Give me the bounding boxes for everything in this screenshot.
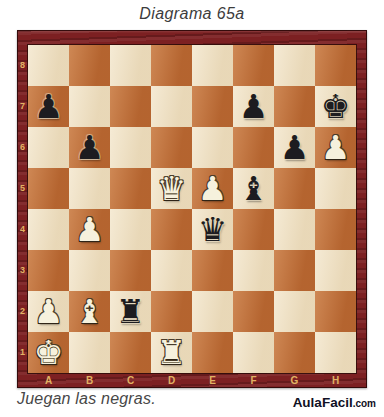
rank-label-5: 5 (17, 168, 28, 209)
square-f6[interactable] (233, 127, 274, 168)
square-e6[interactable] (192, 127, 233, 168)
square-b5[interactable] (69, 168, 110, 209)
square-a7[interactable]: ♟ (28, 86, 69, 127)
square-a2[interactable]: ♟ (28, 291, 69, 332)
black-rook-c2[interactable]: ♜ (110, 291, 151, 332)
square-c5[interactable] (110, 168, 151, 209)
square-c3[interactable] (110, 250, 151, 291)
square-h2[interactable] (315, 291, 356, 332)
square-b8[interactable] (69, 45, 110, 86)
white-rook-d1[interactable]: ♜ (151, 332, 192, 373)
square-f2[interactable] (233, 291, 274, 332)
square-c6[interactable] (110, 127, 151, 168)
diagram-title: Diagrama 65a (0, 0, 384, 30)
square-f8[interactable] (233, 45, 274, 86)
square-h4[interactable] (315, 209, 356, 250)
rank-label-7: 7 (17, 86, 28, 127)
black-pawn-b6[interactable]: ♟ (69, 127, 110, 168)
black-queen-e4[interactable]: ♛ (192, 209, 233, 250)
square-h1[interactable] (315, 332, 356, 373)
rank-label-4: 4 (17, 209, 28, 250)
square-d3[interactable] (151, 250, 192, 291)
square-d2[interactable] (151, 291, 192, 332)
square-a5[interactable] (28, 168, 69, 209)
square-b4[interactable]: ♟ (69, 209, 110, 250)
square-g3[interactable] (274, 250, 315, 291)
square-e8[interactable] (192, 45, 233, 86)
square-d8[interactable] (151, 45, 192, 86)
white-bishop-b2[interactable]: ♝ (69, 291, 110, 332)
rank-label-8: 8 (17, 45, 28, 86)
white-pawn-e5[interactable]: ♟ (192, 168, 233, 209)
square-a1[interactable]: ♚ (28, 332, 69, 373)
square-d1[interactable]: ♜ (151, 332, 192, 373)
black-pawn-g6[interactable]: ♟ (274, 127, 315, 168)
square-f7[interactable]: ♟ (233, 86, 274, 127)
square-d6[interactable] (151, 127, 192, 168)
square-a8[interactable] (28, 45, 69, 86)
black-pawn-a7[interactable]: ♟ (28, 86, 69, 127)
square-b2[interactable]: ♝ (69, 291, 110, 332)
square-e2[interactable] (192, 291, 233, 332)
brand-suffix: .com (353, 398, 376, 409)
square-e5[interactable]: ♟ (192, 168, 233, 209)
file-label-a: A (28, 373, 69, 388)
rank-label-2: 2 (17, 291, 28, 332)
square-e3[interactable] (192, 250, 233, 291)
square-d7[interactable] (151, 86, 192, 127)
rank-label-3: 3 (17, 250, 28, 291)
square-g5[interactable] (274, 168, 315, 209)
square-g1[interactable] (274, 332, 315, 373)
rank-label-1: 1 (17, 332, 28, 373)
file-label-b: B (69, 373, 110, 388)
square-c7[interactable] (110, 86, 151, 127)
square-a4[interactable] (28, 209, 69, 250)
square-e4[interactable]: ♛ (192, 209, 233, 250)
file-label-f: F (233, 373, 274, 388)
rank-label-6: 6 (17, 127, 28, 168)
square-h3[interactable] (315, 250, 356, 291)
square-f3[interactable] (233, 250, 274, 291)
square-g6[interactable]: ♟ (274, 127, 315, 168)
white-pawn-a2[interactable]: ♟ (28, 291, 69, 332)
square-h8[interactable] (315, 45, 356, 86)
square-g7[interactable] (274, 86, 315, 127)
chess-board: ♟♟♚♟♟♟♛♟♝♟♛♟♝♜♚♜ 87654321ABCDEFGH (17, 30, 367, 388)
square-e1[interactable] (192, 332, 233, 373)
brand-logo: AulaFacil.com (293, 390, 376, 410)
square-h6[interactable]: ♟ (315, 127, 356, 168)
square-b6[interactable]: ♟ (69, 127, 110, 168)
file-label-g: G (274, 373, 315, 388)
square-g4[interactable] (274, 209, 315, 250)
brand-name: AulaFacil (293, 395, 353, 410)
square-g2[interactable] (274, 291, 315, 332)
white-king-a1[interactable]: ♚ (28, 332, 69, 373)
square-e7[interactable] (192, 86, 233, 127)
square-h5[interactable] (315, 168, 356, 209)
square-b3[interactable] (69, 250, 110, 291)
white-pawn-h6[interactable]: ♟ (315, 127, 356, 168)
square-c8[interactable] (110, 45, 151, 86)
square-f1[interactable] (233, 332, 274, 373)
square-d5[interactable]: ♛ (151, 168, 192, 209)
file-label-c: C (110, 373, 151, 388)
black-bishop-f5[interactable]: ♝ (233, 168, 274, 209)
black-king-h7[interactable]: ♚ (315, 86, 356, 127)
square-g8[interactable] (274, 45, 315, 86)
square-d4[interactable] (151, 209, 192, 250)
square-a6[interactable] (28, 127, 69, 168)
black-pawn-f7[interactable]: ♟ (233, 86, 274, 127)
square-b1[interactable] (69, 332, 110, 373)
side-to-move-caption: Juegan las negras. (17, 390, 156, 408)
file-label-e: E (192, 373, 233, 388)
square-a3[interactable] (28, 250, 69, 291)
square-f4[interactable] (233, 209, 274, 250)
board-grid: ♟♟♚♟♟♟♛♟♝♟♛♟♝♜♚♜ (28, 45, 356, 373)
square-c2[interactable]: ♜ (110, 291, 151, 332)
square-h7[interactable]: ♚ (315, 86, 356, 127)
white-pawn-b4[interactable]: ♟ (69, 209, 110, 250)
file-label-d: D (151, 373, 192, 388)
file-label-h: H (315, 373, 356, 388)
square-b7[interactable] (69, 86, 110, 127)
footer: Juegan las negras. AulaFacil.com (17, 390, 376, 410)
square-c1[interactable] (110, 332, 151, 373)
square-f5[interactable]: ♝ (233, 168, 274, 209)
white-queen-d5[interactable]: ♛ (151, 168, 192, 209)
square-c4[interactable] (110, 209, 151, 250)
